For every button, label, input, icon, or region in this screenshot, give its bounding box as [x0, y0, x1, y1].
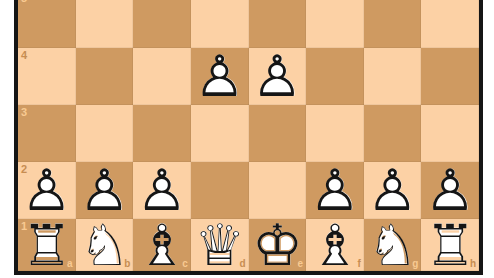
white-king-icon[interactable]: ♚♔	[249, 217, 306, 274]
white-knight-outline: ♘	[76, 217, 133, 274]
square-d1[interactable]: d♛♕	[191, 219, 249, 271]
white-knight-outline: ♘	[364, 217, 421, 274]
square-h1[interactable]: h♜♖	[421, 219, 479, 271]
white-pawn-outline: ♙	[364, 162, 421, 219]
white-bishop-outline: ♗	[306, 217, 363, 274]
square-b2[interactable]: ♟♙	[76, 162, 134, 219]
square-c3[interactable]	[133, 105, 191, 162]
rank-label-5: 5	[21, 0, 27, 4]
white-knight-icon[interactable]: ♞♘	[364, 217, 421, 274]
square-d2[interactable]	[191, 162, 249, 219]
square-h4[interactable]	[421, 48, 479, 105]
square-c2[interactable]: ♟♙	[133, 162, 191, 219]
square-g2[interactable]: ♟♙	[364, 162, 422, 219]
white-queen-outline: ♕	[191, 217, 248, 274]
white-pawn-outline: ♙	[18, 162, 75, 219]
square-h5[interactable]	[421, 0, 479, 48]
square-h2[interactable]: ♟♙	[421, 162, 479, 219]
square-a3[interactable]: 3	[18, 105, 76, 162]
square-c4[interactable]	[133, 48, 191, 105]
square-e2[interactable]	[249, 162, 307, 219]
white-rook-outline: ♖	[18, 217, 75, 274]
square-f4[interactable]	[306, 48, 364, 105]
white-bishop-outline: ♗	[134, 217, 191, 274]
square-d5[interactable]	[191, 0, 249, 48]
white-pawn-outline: ♙	[191, 48, 248, 105]
page: { "game": "chess", "view": { "orientatio…	[0, 0, 494, 278]
rank-label-4: 4	[21, 50, 27, 61]
white-rook-icon[interactable]: ♜♖	[18, 217, 75, 274]
square-g5[interactable]	[364, 0, 422, 48]
square-f5[interactable]	[306, 0, 364, 48]
white-pawn-outline: ♙	[76, 162, 133, 219]
square-d4[interactable]: ♟♙	[191, 48, 249, 105]
square-f1[interactable]: f♝♗	[306, 219, 364, 271]
square-a4[interactable]: 4	[18, 48, 76, 105]
square-a1[interactable]: 1a♜♖	[18, 219, 76, 271]
square-a5[interactable]: 5	[18, 0, 76, 48]
white-pawn-icon[interactable]: ♟♙	[134, 162, 191, 219]
square-h3[interactable]	[421, 105, 479, 162]
square-f3[interactable]	[306, 105, 364, 162]
square-f2[interactable]: ♟♙	[306, 162, 364, 219]
square-c5[interactable]	[133, 0, 191, 48]
square-e3[interactable]	[249, 105, 307, 162]
square-g3[interactable]	[364, 105, 422, 162]
white-pawn-icon[interactable]: ♟♙	[76, 162, 133, 219]
white-pawn-icon[interactable]: ♟♙	[364, 162, 421, 219]
white-king-outline: ♔	[249, 217, 306, 274]
white-pawn-outline: ♙	[249, 48, 306, 105]
square-b3[interactable]	[76, 105, 134, 162]
square-a2[interactable]: 2♟♙	[18, 162, 76, 219]
white-pawn-outline: ♙	[134, 162, 191, 219]
white-queen-icon[interactable]: ♛♕	[191, 217, 248, 274]
white-rook-icon[interactable]: ♜♖	[422, 217, 479, 274]
chessboard: 54♟♙♟♙32♟♙♟♙♟♙♟♙♟♙♟♙1a♜♖b♞♘c♝♗d♛♕e♚♔f♝♗g…	[18, 0, 479, 271]
square-b1[interactable]: b♞♘	[76, 219, 134, 271]
rank-label-3: 3	[21, 107, 27, 118]
white-pawn-icon[interactable]: ♟♙	[18, 162, 75, 219]
white-pawn-icon[interactable]: ♟♙	[249, 48, 306, 105]
square-g1[interactable]: g♞♘	[364, 219, 422, 271]
white-pawn-outline: ♙	[306, 162, 363, 219]
square-g4[interactable]	[364, 48, 422, 105]
white-bishop-icon[interactable]: ♝♗	[134, 217, 191, 274]
square-e5[interactable]	[249, 0, 307, 48]
white-pawn-icon[interactable]: ♟♙	[191, 48, 248, 105]
white-bishop-icon[interactable]: ♝♗	[306, 217, 363, 274]
white-pawn-icon[interactable]: ♟♙	[422, 162, 479, 219]
chessboard-frame: 54♟♙♟♙32♟♙♟♙♟♙♟♙♟♙♟♙1a♜♖b♞♘c♝♗d♛♕e♚♔f♝♗g…	[14, 0, 483, 275]
square-b5[interactable]	[76, 0, 134, 48]
white-pawn-outline: ♙	[422, 162, 479, 219]
square-d3[interactable]	[191, 105, 249, 162]
square-e1[interactable]: e♚♔	[249, 219, 307, 271]
white-pawn-icon[interactable]: ♟♙	[306, 162, 363, 219]
square-c1[interactable]: c♝♗	[133, 219, 191, 271]
square-e4[interactable]: ♟♙	[249, 48, 307, 105]
white-rook-outline: ♖	[422, 217, 479, 274]
square-b4[interactable]	[76, 48, 134, 105]
white-knight-icon[interactable]: ♞♘	[76, 217, 133, 274]
